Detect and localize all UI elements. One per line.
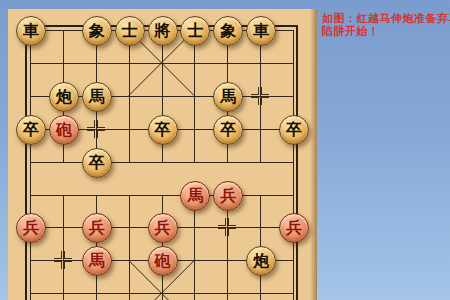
piece-red-soldier[interactable]: 兵 xyxy=(82,213,112,243)
piece-black-horse[interactable]: 馬 xyxy=(82,82,112,112)
piece-black-soldier[interactable]: 卒 xyxy=(82,148,112,178)
piece-red-horse[interactable]: 馬 xyxy=(82,246,112,276)
piece-black-soldier[interactable]: 卒 xyxy=(148,115,178,145)
piece-red-soldier[interactable]: 兵 xyxy=(213,181,243,211)
piece-red-soldier[interactable]: 兵 xyxy=(148,213,178,243)
piece-black-general[interactable]: 將 xyxy=(148,16,178,46)
xiangqi-board[interactable]: 車象士將士象車炮馬馬卒砲卒卒卒卒馬兵兵兵兵兵馬砲炮 xyxy=(8,9,317,300)
caption-line-1: 如图：红越马伸炮准备弃马 xyxy=(322,12,450,25)
piece-red-horse[interactable]: 馬 xyxy=(180,181,210,211)
piece-black-chariot[interactable]: 車 xyxy=(246,16,276,46)
point-marker xyxy=(218,218,236,236)
caption-line-2: 陷阱开始！ xyxy=(322,25,450,38)
caption: 如图：红越马伸炮准备弃马 陷阱开始！ xyxy=(322,12,450,38)
point-marker xyxy=(54,251,72,269)
piece-red-cannon[interactable]: 砲 xyxy=(148,246,178,276)
point-marker xyxy=(87,120,105,138)
piece-black-soldier[interactable]: 卒 xyxy=(279,115,309,145)
piece-black-elephant[interactable]: 象 xyxy=(82,16,112,46)
piece-black-cannon[interactable]: 炮 xyxy=(49,82,79,112)
piece-black-soldier[interactable]: 卒 xyxy=(16,115,46,145)
piece-black-chariot[interactable]: 車 xyxy=(16,16,46,46)
piece-red-cannon[interactable]: 砲 xyxy=(49,115,79,145)
piece-black-soldier[interactable]: 卒 xyxy=(213,115,243,145)
piece-black-horse[interactable]: 馬 xyxy=(213,82,243,112)
piece-black-advisor[interactable]: 士 xyxy=(115,16,145,46)
point-marker xyxy=(251,87,269,105)
